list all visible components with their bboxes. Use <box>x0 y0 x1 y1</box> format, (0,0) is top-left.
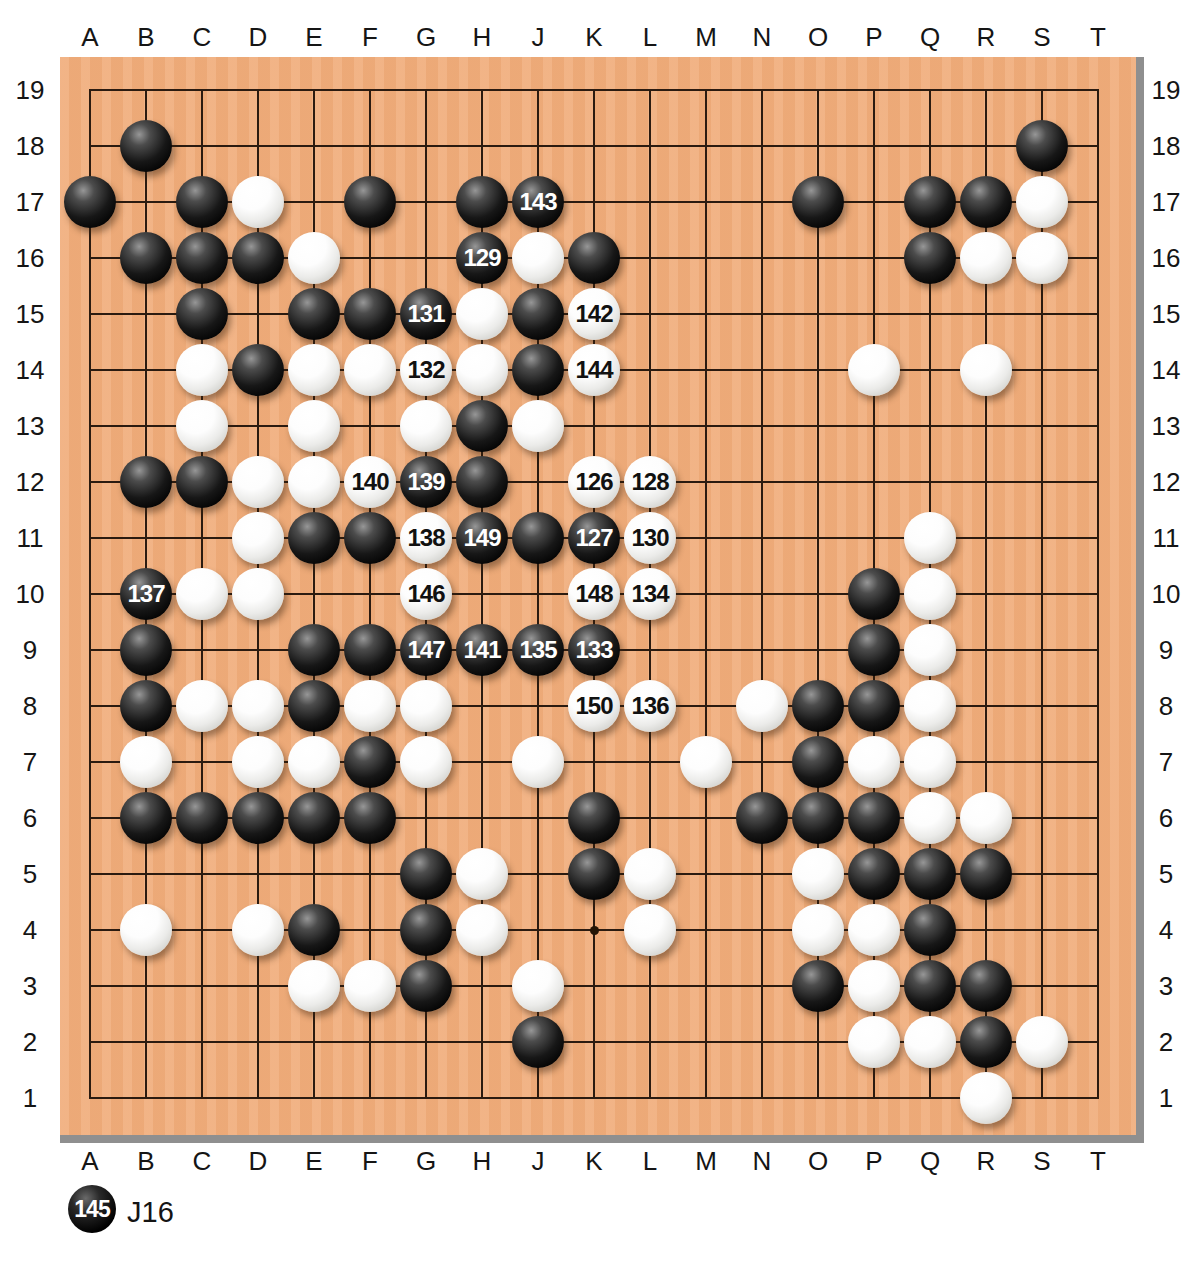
stone-black-K6[interactable] <box>568 792 620 844</box>
star-point-K4 <box>590 926 599 935</box>
stone-white-P14[interactable] <box>848 344 900 396</box>
stone-white-E7[interactable] <box>288 736 340 788</box>
stone-white-L12[interactable]: 128 <box>624 456 676 508</box>
stone-black-O17[interactable] <box>792 176 844 228</box>
row-label-right-19: 19 <box>1144 75 1188 105</box>
row-label-left-17: 17 <box>8 187 52 217</box>
col-label-top-D: D <box>236 22 280 52</box>
stone-black-K16[interactable] <box>568 232 620 284</box>
col-label-top-M: M <box>684 22 728 52</box>
stone-black-Q3[interactable] <box>904 960 956 1012</box>
stone-white-P7[interactable] <box>848 736 900 788</box>
move-number-149: 149 <box>463 526 500 550</box>
stone-white-J16[interactable] <box>512 232 564 284</box>
move-number-131: 131 <box>407 302 444 326</box>
stone-white-E3[interactable] <box>288 960 340 1012</box>
stone-black-B9[interactable] <box>120 624 172 676</box>
stone-black-G15[interactable]: 131 <box>400 288 452 340</box>
footer-last-move-coordinate: J16 <box>127 1196 174 1228</box>
stone-white-F3[interactable] <box>344 960 396 1012</box>
col-label-bottom-D: D <box>236 1146 280 1176</box>
stone-white-Q2[interactable] <box>904 1016 956 1068</box>
stone-black-K9[interactable]: 133 <box>568 624 620 676</box>
stone-white-F12[interactable]: 140 <box>344 456 396 508</box>
stone-white-F8[interactable] <box>344 680 396 732</box>
col-label-top-R: R <box>964 22 1008 52</box>
row-label-left-18: 18 <box>8 131 52 161</box>
stone-white-G8[interactable] <box>400 680 452 732</box>
stone-black-C16[interactable] <box>176 232 228 284</box>
stone-black-K5[interactable] <box>568 848 620 900</box>
stone-black-H12[interactable] <box>456 456 508 508</box>
stone-white-F14[interactable] <box>344 344 396 396</box>
stone-white-Q10[interactable] <box>904 568 956 620</box>
move-number-133: 133 <box>575 638 612 662</box>
col-label-top-S: S <box>1020 22 1064 52</box>
stone-white-C8[interactable] <box>176 680 228 732</box>
col-label-top-F: F <box>348 22 392 52</box>
stone-white-N8[interactable] <box>736 680 788 732</box>
stone-black-F6[interactable] <box>344 792 396 844</box>
col-label-bottom-T: T <box>1076 1146 1120 1176</box>
row-label-right-6: 6 <box>1144 803 1188 833</box>
stone-black-P8[interactable] <box>848 680 900 732</box>
row-label-left-1: 1 <box>8 1083 52 1113</box>
stone-white-O4[interactable] <box>792 904 844 956</box>
stone-white-D7[interactable] <box>232 736 284 788</box>
stone-black-G3[interactable] <box>400 960 452 1012</box>
stone-black-A17[interactable] <box>64 176 116 228</box>
stone-black-P5[interactable] <box>848 848 900 900</box>
move-number-143: 143 <box>519 190 556 214</box>
stone-white-H14[interactable] <box>456 344 508 396</box>
stone-black-C12[interactable] <box>176 456 228 508</box>
row-label-right-9: 9 <box>1144 635 1188 665</box>
stone-black-F7[interactable] <box>344 736 396 788</box>
stone-black-D16[interactable] <box>232 232 284 284</box>
stone-white-E12[interactable] <box>288 456 340 508</box>
stone-white-H5[interactable] <box>456 848 508 900</box>
stone-black-B10[interactable]: 137 <box>120 568 172 620</box>
col-label-top-O: O <box>796 22 840 52</box>
stone-white-D17[interactable] <box>232 176 284 228</box>
stone-white-B4[interactable] <box>120 904 172 956</box>
col-label-top-H: H <box>460 22 504 52</box>
row-label-right-10: 10 <box>1144 579 1188 609</box>
stone-black-J14[interactable] <box>512 344 564 396</box>
col-label-bottom-O: O <box>796 1146 840 1176</box>
col-label-top-P: P <box>852 22 896 52</box>
stone-white-J3[interactable] <box>512 960 564 1012</box>
row-label-right-3: 3 <box>1144 971 1188 1001</box>
stone-white-Q7[interactable] <box>904 736 956 788</box>
row-label-right-13: 13 <box>1144 411 1188 441</box>
stone-white-L5[interactable] <box>624 848 676 900</box>
move-number-126: 126 <box>575 470 612 494</box>
col-label-top-G: G <box>404 22 448 52</box>
stone-white-C13[interactable] <box>176 400 228 452</box>
row-label-right-5: 5 <box>1144 859 1188 889</box>
stone-black-O3[interactable] <box>792 960 844 1012</box>
col-label-top-Q: Q <box>908 22 952 52</box>
stone-white-Q8[interactable] <box>904 680 956 732</box>
stone-black-G12[interactable]: 139 <box>400 456 452 508</box>
stone-black-J15[interactable] <box>512 288 564 340</box>
stone-white-E16[interactable] <box>288 232 340 284</box>
stone-black-P9[interactable] <box>848 624 900 676</box>
stone-white-S2[interactable] <box>1016 1016 1068 1068</box>
stone-white-R14[interactable] <box>960 344 1012 396</box>
row-label-left-12: 12 <box>8 467 52 497</box>
col-label-top-T: T <box>1076 22 1120 52</box>
stone-white-G11[interactable]: 138 <box>400 512 452 564</box>
stone-white-D10[interactable] <box>232 568 284 620</box>
col-label-bottom-C: C <box>180 1146 224 1176</box>
row-label-left-3: 3 <box>8 971 52 1001</box>
stone-black-J11[interactable] <box>512 512 564 564</box>
row-label-right-1: 1 <box>1144 1083 1188 1113</box>
col-label-bottom-N: N <box>740 1146 784 1176</box>
stone-black-R17[interactable] <box>960 176 1012 228</box>
stone-black-E9[interactable] <box>288 624 340 676</box>
stone-black-H11[interactable]: 149 <box>456 512 508 564</box>
stone-white-C10[interactable] <box>176 568 228 620</box>
row-label-left-13: 13 <box>8 411 52 441</box>
move-number-132: 132 <box>407 358 444 382</box>
stone-white-D4[interactable] <box>232 904 284 956</box>
stone-black-B6[interactable] <box>120 792 172 844</box>
stone-black-E6[interactable] <box>288 792 340 844</box>
col-label-top-A: A <box>68 22 112 52</box>
stone-white-C14[interactable] <box>176 344 228 396</box>
stone-white-P4[interactable] <box>848 904 900 956</box>
row-label-right-12: 12 <box>1144 467 1188 497</box>
move-number-127: 127 <box>575 526 612 550</box>
col-label-top-K: K <box>572 22 616 52</box>
stone-white-D8[interactable] <box>232 680 284 732</box>
row-label-left-6: 6 <box>8 803 52 833</box>
row-label-right-11: 11 <box>1144 523 1188 553</box>
stone-black-G9[interactable]: 147 <box>400 624 452 676</box>
stone-black-S18[interactable] <box>1016 120 1068 172</box>
row-label-left-10: 10 <box>8 579 52 609</box>
stone-black-J17[interactable]: 143 <box>512 176 564 228</box>
stone-black-B18[interactable] <box>120 120 172 172</box>
stone-white-G13[interactable] <box>400 400 452 452</box>
row-label-left-4: 4 <box>8 915 52 945</box>
stone-white-G10[interactable]: 146 <box>400 568 452 620</box>
move-number-138: 138 <box>407 526 444 550</box>
col-label-bottom-J: J <box>516 1146 560 1176</box>
move-number-147: 147 <box>407 638 444 662</box>
row-label-left-16: 16 <box>8 243 52 273</box>
stone-white-S17[interactable] <box>1016 176 1068 228</box>
col-label-bottom-H: H <box>460 1146 504 1176</box>
stone-black-K11[interactable]: 127 <box>568 512 620 564</box>
stone-white-L10[interactable]: 134 <box>624 568 676 620</box>
col-label-bottom-E: E <box>292 1146 336 1176</box>
move-number-139: 139 <box>407 470 444 494</box>
col-label-bottom-P: P <box>852 1146 896 1176</box>
stone-black-C6[interactable] <box>176 792 228 844</box>
stone-black-E11[interactable] <box>288 512 340 564</box>
stone-black-R2[interactable] <box>960 1016 1012 1068</box>
stone-white-K12[interactable]: 126 <box>568 456 620 508</box>
row-label-right-4: 4 <box>1144 915 1188 945</box>
col-label-top-N: N <box>740 22 784 52</box>
stone-black-C17[interactable] <box>176 176 228 228</box>
stone-black-H17[interactable] <box>456 176 508 228</box>
row-label-left-2: 2 <box>8 1027 52 1057</box>
stone-black-J2[interactable] <box>512 1016 564 1068</box>
stone-black-Q17[interactable] <box>904 176 956 228</box>
stone-black-O8[interactable] <box>792 680 844 732</box>
stone-white-M7[interactable] <box>680 736 732 788</box>
stone-black-E4[interactable] <box>288 904 340 956</box>
col-label-bottom-G: G <box>404 1146 448 1176</box>
stone-white-L8[interactable]: 136 <box>624 680 676 732</box>
stone-black-H16[interactable]: 129 <box>456 232 508 284</box>
stone-white-D12[interactable] <box>232 456 284 508</box>
stone-white-G14[interactable]: 132 <box>400 344 452 396</box>
move-number-130: 130 <box>631 526 668 550</box>
col-label-bottom-Q: Q <box>908 1146 952 1176</box>
stone-black-H9[interactable]: 141 <box>456 624 508 676</box>
stone-white-Q9[interactable] <box>904 624 956 676</box>
move-number-141: 141 <box>463 638 500 662</box>
stone-black-Q16[interactable] <box>904 232 956 284</box>
stone-black-F9[interactable] <box>344 624 396 676</box>
stone-black-H13[interactable] <box>456 400 508 452</box>
col-label-bottom-K: K <box>572 1146 616 1176</box>
goban[interactable]: 1431291311421321441401391261281381491271… <box>60 57 1144 1143</box>
stone-white-E14[interactable] <box>288 344 340 396</box>
stone-white-R16[interactable] <box>960 232 1012 284</box>
stone-black-B16[interactable] <box>120 232 172 284</box>
stone-black-F15[interactable] <box>344 288 396 340</box>
stone-white-Q11[interactable] <box>904 512 956 564</box>
move-number-142: 142 <box>575 302 612 326</box>
stone-black-D6[interactable] <box>232 792 284 844</box>
stone-white-O5[interactable] <box>792 848 844 900</box>
row-label-left-11: 11 <box>8 523 52 553</box>
col-label-top-L: L <box>628 22 672 52</box>
stone-white-S16[interactable] <box>1016 232 1068 284</box>
col-label-bottom-S: S <box>1020 1146 1064 1176</box>
stone-white-K8[interactable]: 150 <box>568 680 620 732</box>
stone-white-R6[interactable] <box>960 792 1012 844</box>
stone-black-G5[interactable] <box>400 848 452 900</box>
row-label-right-2: 2 <box>1144 1027 1188 1057</box>
stone-white-D11[interactable] <box>232 512 284 564</box>
move-number-129: 129 <box>463 246 500 270</box>
move-number-150: 150 <box>575 694 612 718</box>
stone-white-K15[interactable]: 142 <box>568 288 620 340</box>
move-number-140: 140 <box>351 470 388 494</box>
stone-black-Q4[interactable] <box>904 904 956 956</box>
row-label-right-14: 14 <box>1144 355 1188 385</box>
stone-black-O6[interactable] <box>792 792 844 844</box>
row-label-right-17: 17 <box>1144 187 1188 217</box>
move-number-134: 134 <box>631 582 668 606</box>
col-label-bottom-L: L <box>628 1146 672 1176</box>
stone-white-L4[interactable] <box>624 904 676 956</box>
stone-white-Q6[interactable] <box>904 792 956 844</box>
footer-last-move-stone-icon: 145 <box>68 1185 116 1233</box>
row-label-left-9: 9 <box>8 635 52 665</box>
stone-black-P10[interactable] <box>848 568 900 620</box>
move-number-128: 128 <box>631 470 668 494</box>
row-label-left-8: 8 <box>8 691 52 721</box>
stone-white-P3[interactable] <box>848 960 900 1012</box>
stone-black-E15[interactable] <box>288 288 340 340</box>
stone-black-O7[interactable] <box>792 736 844 788</box>
stone-white-H15[interactable] <box>456 288 508 340</box>
col-label-bottom-F: F <box>348 1146 392 1176</box>
row-label-left-5: 5 <box>8 859 52 889</box>
row-label-right-8: 8 <box>1144 691 1188 721</box>
col-label-bottom-A: A <box>68 1146 112 1176</box>
stone-black-N6[interactable] <box>736 792 788 844</box>
stone-black-B12[interactable] <box>120 456 172 508</box>
col-label-top-C: C <box>180 22 224 52</box>
stone-white-K10[interactable]: 148 <box>568 568 620 620</box>
row-label-right-15: 15 <box>1144 299 1188 329</box>
stone-black-C15[interactable] <box>176 288 228 340</box>
row-label-left-15: 15 <box>8 299 52 329</box>
stone-black-R5[interactable] <box>960 848 1012 900</box>
stone-black-G4[interactable] <box>400 904 452 956</box>
stone-white-J7[interactable] <box>512 736 564 788</box>
move-number-148: 148 <box>575 582 612 606</box>
stone-white-J13[interactable] <box>512 400 564 452</box>
stone-black-F11[interactable] <box>344 512 396 564</box>
footer-last-move-number: 145 <box>74 1198 109 1221</box>
stone-white-G7[interactable] <box>400 736 452 788</box>
stone-black-Q5[interactable] <box>904 848 956 900</box>
row-label-right-18: 18 <box>1144 131 1188 161</box>
stone-black-E8[interactable] <box>288 680 340 732</box>
stone-white-B7[interactable] <box>120 736 172 788</box>
col-label-bottom-M: M <box>684 1146 728 1176</box>
stone-white-L11[interactable]: 130 <box>624 512 676 564</box>
move-number-146: 146 <box>407 582 444 606</box>
col-label-top-J: J <box>516 22 560 52</box>
col-label-bottom-R: R <box>964 1146 1008 1176</box>
move-number-137: 137 <box>127 582 164 606</box>
row-label-right-7: 7 <box>1144 747 1188 777</box>
move-number-144: 144 <box>575 358 612 382</box>
stone-white-R1[interactable] <box>960 1072 1012 1124</box>
row-label-left-7: 7 <box>8 747 52 777</box>
col-label-top-E: E <box>292 22 336 52</box>
stone-white-E13[interactable] <box>288 400 340 452</box>
row-label-right-16: 16 <box>1144 243 1188 273</box>
stone-black-R3[interactable] <box>960 960 1012 1012</box>
stone-white-P2[interactable] <box>848 1016 900 1068</box>
stone-black-P6[interactable] <box>848 792 900 844</box>
move-number-135: 135 <box>519 638 556 662</box>
row-label-left-14: 14 <box>8 355 52 385</box>
stone-white-H4[interactable] <box>456 904 508 956</box>
stone-black-J9[interactable]: 135 <box>512 624 564 676</box>
move-number-136: 136 <box>631 694 668 718</box>
col-label-top-B: B <box>124 22 168 52</box>
stone-white-K14[interactable]: 144 <box>568 344 620 396</box>
row-label-left-19: 19 <box>8 75 52 105</box>
stone-black-D14[interactable] <box>232 344 284 396</box>
stone-black-F17[interactable] <box>344 176 396 228</box>
col-label-bottom-B: B <box>124 1146 168 1176</box>
stone-black-B8[interactable] <box>120 680 172 732</box>
